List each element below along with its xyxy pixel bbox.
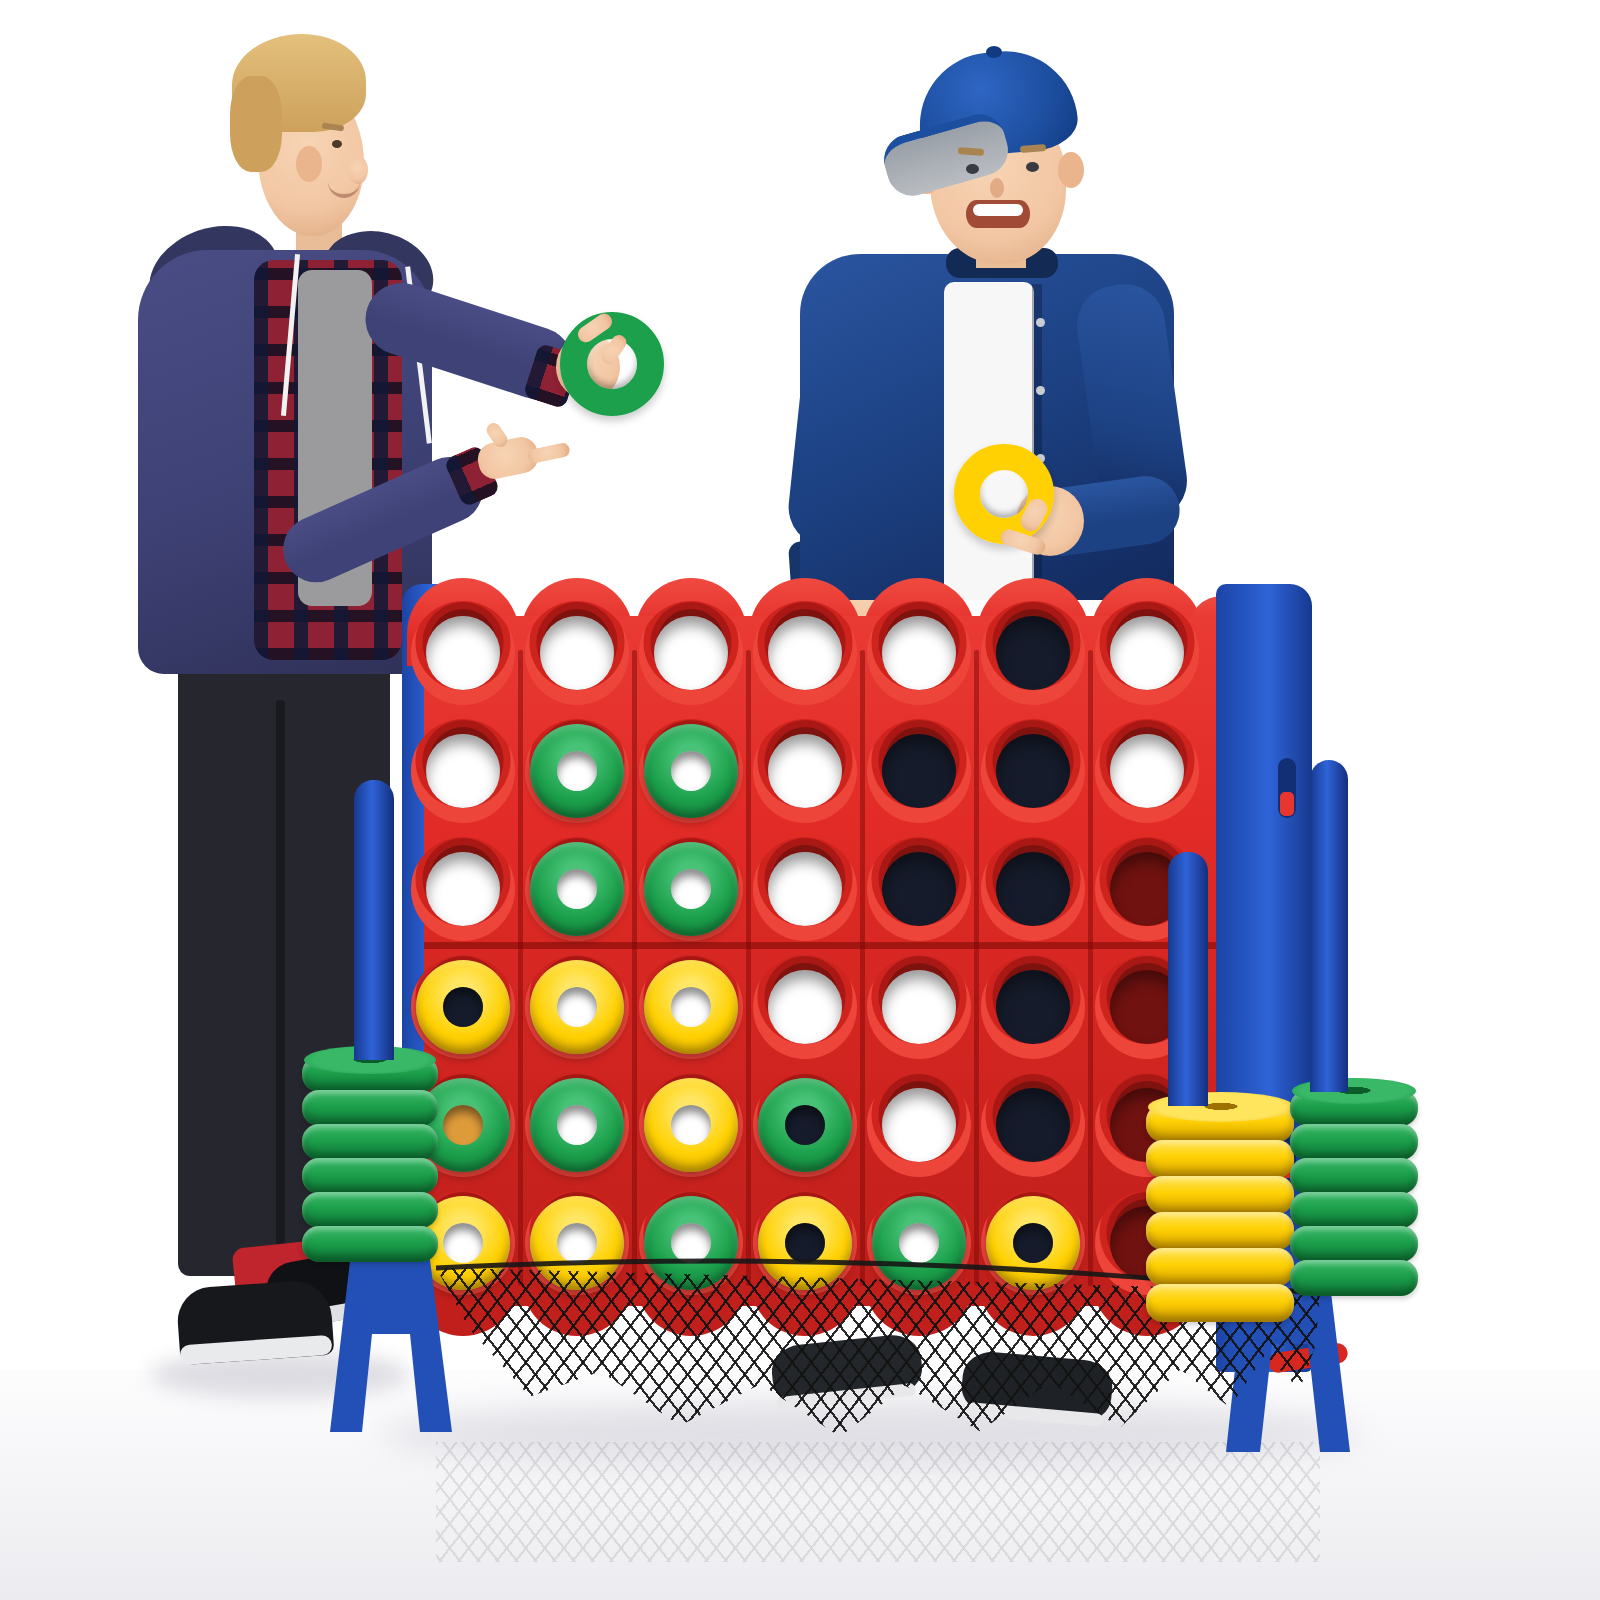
storage-pole [354,780,394,1060]
board-cell-r3c3 [634,830,748,948]
hole-backdrop [768,734,842,808]
board-hole [753,955,857,1059]
board-hole [867,837,971,941]
green-disc [530,1078,624,1172]
hole-backdrop [996,616,1070,690]
hole-backdrop [882,1088,956,1162]
stored-green-disc [1290,1226,1418,1262]
green-disc-stack-left [300,780,440,1280]
board-cell-r1c3 [634,594,748,712]
yellow-disc-stack-right [1146,852,1296,1332]
board-cell-r3c2 [520,830,634,948]
storage-pole [1310,760,1348,1092]
board-cell-r1c7 [1090,594,1204,712]
hole-backdrop [654,616,728,690]
board-cell-r2c2 [520,712,634,830]
board-hole [525,601,629,705]
yellow-disc [530,960,624,1054]
board-cell-r2c7 [1090,712,1204,830]
hole-backdrop [882,852,956,926]
board-cell-r2c5 [862,712,976,830]
stored-yellow-disc [1146,1176,1294,1214]
board-cell-r4c3 [634,948,748,1066]
stored-green-disc [302,1192,438,1228]
board-hole [981,837,1085,941]
stored-green-disc [302,1124,438,1160]
green-disc-stack-right [1290,760,1422,1320]
board-cell-r2c6 [976,712,1090,830]
hole-backdrop [996,970,1070,1044]
board-grid [406,594,1204,1302]
hole-backdrop [1110,616,1184,690]
board-cell-r5c2 [520,1066,634,1184]
board-cell-r5c6 [976,1066,1090,1184]
hole-backdrop [996,734,1070,808]
board-hole [867,719,971,823]
hole-backdrop [768,852,842,926]
board-cell-r5c3 [634,1066,748,1184]
board-cell-r1c5 [862,594,976,712]
stored-yellow-disc [1146,1212,1294,1250]
board-hole [753,719,857,823]
board-cell-r4c5 [862,948,976,1066]
board-hole [1095,719,1199,823]
hole-backdrop [1110,734,1184,808]
board-cell-r4c2 [520,948,634,1066]
board-hole [753,601,857,705]
board-hole [867,601,971,705]
stored-yellow-disc [1146,1140,1294,1178]
hole-backdrop [882,616,956,690]
green-disc [644,724,738,818]
stored-green-disc [1290,1124,1418,1160]
stored-green-disc [302,1226,438,1262]
board-cell-r1c1 [406,594,520,712]
hole-backdrop [996,1088,1070,1162]
board-cell-r3c5 [862,830,976,948]
stored-yellow-disc [1146,1284,1294,1322]
stored-green-disc [1290,1260,1418,1296]
yellow-disc [644,1078,738,1172]
board-hole [639,601,743,705]
board-cell-r5c5 [862,1066,976,1184]
board-hole [981,719,1085,823]
yellow-disc [644,960,738,1054]
scene [0,0,1600,1600]
hole-backdrop [882,970,956,1044]
board-cell-r2c3 [634,712,748,830]
board-cell-r4c6 [976,948,1090,1066]
storage-pole [1168,852,1208,1106]
stored-green-disc [1290,1192,1418,1228]
board-cell-r5c4 [748,1066,862,1184]
board-cell-r3c4 [748,830,862,948]
hole-backdrop [768,616,842,690]
board-hole [411,601,515,705]
stored-green-disc [1290,1158,1418,1194]
board-cell-r1c2 [520,594,634,712]
board-cell-r1c6 [976,594,1090,712]
green-disc [530,724,624,818]
board-hole [753,837,857,941]
board-hole [867,1073,971,1177]
stored-yellow-disc [1146,1248,1294,1286]
hole-backdrop [882,734,956,808]
hole-backdrop [426,616,500,690]
board-hole [981,1073,1085,1177]
board-hole [981,601,1085,705]
board-cell-r1c4 [748,594,862,712]
board-cell-r4c4 [748,948,862,1066]
board-hole [981,955,1085,1059]
board-hole [867,955,971,1059]
green-disc [644,842,738,936]
board-cell-r3c6 [976,830,1090,948]
board-hole [1095,601,1199,705]
board-cell-r2c4 [748,712,862,830]
hole-backdrop [996,852,1070,926]
stored-green-disc [302,1090,438,1126]
stored-green-disc [302,1158,438,1194]
hole-backdrop [540,616,614,690]
green-disc [758,1078,852,1172]
green-disc [530,842,624,936]
hole-backdrop [768,970,842,1044]
